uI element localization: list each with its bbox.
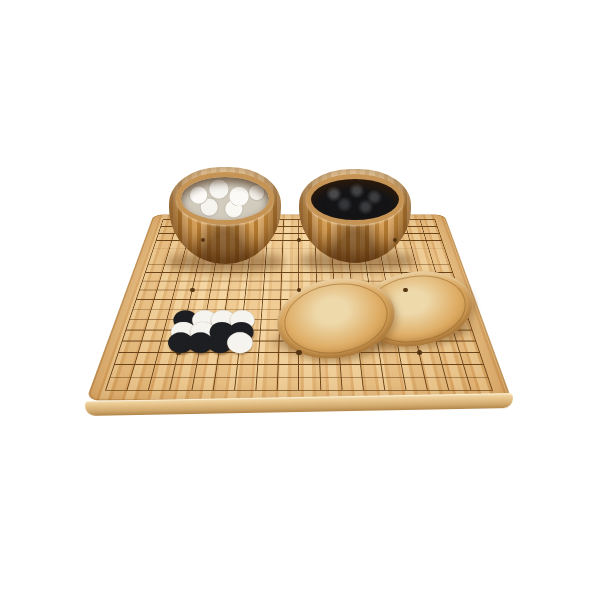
board-intersection xyxy=(250,355,270,367)
board-intersection xyxy=(169,294,188,303)
board-intersection xyxy=(164,313,184,323)
board-intersection xyxy=(429,246,447,253)
board-intersection xyxy=(175,343,196,354)
board-intersection xyxy=(161,323,182,333)
board-intersection xyxy=(196,333,216,344)
board-intersection xyxy=(160,269,179,277)
board-intersection xyxy=(458,343,480,354)
board-intersection xyxy=(200,313,220,323)
board-intersection xyxy=(237,303,255,312)
board-intersection xyxy=(276,239,291,246)
board-intersection xyxy=(412,239,429,246)
board-intersection xyxy=(191,277,209,285)
board-intersection xyxy=(202,303,221,312)
board-intersection xyxy=(231,355,252,367)
board-intersection xyxy=(215,333,235,344)
board-intersection xyxy=(349,378,371,391)
board-intersection xyxy=(256,294,274,303)
board-intersection xyxy=(221,294,239,303)
board-intersection xyxy=(256,286,273,295)
board-intersection xyxy=(149,366,172,378)
board-intersection xyxy=(462,355,485,367)
board-intersection xyxy=(449,378,473,391)
board-intersection xyxy=(469,378,493,391)
board-intersection xyxy=(426,366,449,378)
board-intersection xyxy=(157,277,176,285)
board-intersection xyxy=(409,378,432,391)
board-intersection xyxy=(329,378,350,391)
board-intersection xyxy=(274,277,291,285)
board-intersection xyxy=(433,261,451,269)
board-intersection xyxy=(125,323,146,333)
board-intersection xyxy=(155,286,174,295)
board-intersection xyxy=(389,378,411,391)
board-intersection xyxy=(248,378,269,391)
black-stones-pile xyxy=(306,174,405,225)
board-intersection xyxy=(146,378,169,391)
board-intersection xyxy=(232,343,252,354)
board-intersection xyxy=(277,226,292,233)
board-intersection xyxy=(241,277,258,285)
board-intersection xyxy=(291,246,307,253)
board-intersection xyxy=(167,246,184,253)
board-intersection xyxy=(240,286,258,295)
board-intersection xyxy=(154,239,171,246)
board-intersection xyxy=(235,323,254,333)
board-intersection xyxy=(251,343,271,354)
board-intersection xyxy=(309,366,329,378)
board-intersection xyxy=(252,333,271,344)
board-intersection xyxy=(140,277,159,285)
board-intersection xyxy=(146,261,164,269)
board-intersection xyxy=(128,313,149,323)
white-stones-pile xyxy=(176,172,275,225)
board-intersection xyxy=(182,313,202,323)
board-intersection xyxy=(369,378,391,391)
board-intersection xyxy=(204,294,223,303)
board-intersection xyxy=(255,303,273,312)
board-intersection xyxy=(149,254,167,262)
board-intersection xyxy=(307,269,324,277)
board-intersection xyxy=(387,366,409,378)
board-intersection xyxy=(273,286,290,295)
board-intersection xyxy=(207,378,229,391)
board-intersection xyxy=(151,246,169,253)
board-intersection xyxy=(129,366,152,378)
board-intersection xyxy=(136,343,158,354)
board-intersection xyxy=(268,378,289,391)
board-intersection xyxy=(398,246,415,253)
board-intersection xyxy=(348,366,369,378)
board-intersection xyxy=(222,286,240,295)
board-intersection xyxy=(270,355,290,367)
board-intersection xyxy=(177,333,198,344)
board-intersection xyxy=(385,355,406,367)
board-intersection xyxy=(291,269,307,277)
board-intersection xyxy=(174,277,193,285)
board-intersection xyxy=(408,226,425,233)
board-intersection xyxy=(189,366,211,378)
board-intersection xyxy=(274,269,291,277)
board-intersection xyxy=(421,343,443,354)
board-intersection xyxy=(158,333,179,344)
board-intersection xyxy=(404,355,426,367)
board-intersection xyxy=(423,355,445,367)
board-intersection xyxy=(309,378,330,391)
board-intersection xyxy=(134,294,154,303)
board-intersection xyxy=(443,355,466,367)
board-intersection xyxy=(125,378,149,391)
board-intersection xyxy=(423,226,440,233)
board-intersection xyxy=(418,261,436,269)
board-intersection xyxy=(224,277,242,285)
board-intersection xyxy=(218,313,237,323)
board-intersection xyxy=(152,355,174,367)
board-intersection xyxy=(421,219,437,225)
board-intersection xyxy=(198,323,218,333)
board-intersection xyxy=(186,294,205,303)
board-intersection xyxy=(291,277,308,285)
board-intersection xyxy=(366,355,387,367)
board-intersection xyxy=(121,333,143,344)
board-intersection xyxy=(184,303,203,312)
board-intersection xyxy=(440,343,462,354)
board-intersection xyxy=(187,378,209,391)
board-intersection xyxy=(414,246,431,253)
board-intersection xyxy=(207,277,225,285)
board-intersection xyxy=(167,303,187,312)
board-intersection xyxy=(143,323,164,333)
board-intersection xyxy=(233,333,253,344)
board-intersection xyxy=(138,286,158,295)
board-intersection xyxy=(465,366,489,378)
board-intersection xyxy=(117,343,139,354)
board-intersection xyxy=(109,366,133,378)
board-intersection xyxy=(133,355,156,367)
board-intersection xyxy=(140,333,162,344)
board-intersection xyxy=(213,343,234,354)
board-intersection xyxy=(425,232,442,239)
board-intersection xyxy=(446,366,469,378)
board-intersection xyxy=(253,323,272,333)
board-intersection xyxy=(149,303,169,312)
board-intersection xyxy=(289,366,309,378)
product-photo-scene: ●●●●●●●●●●●● xyxy=(0,0,600,600)
board-intersection xyxy=(276,232,291,239)
board-intersection xyxy=(189,286,208,295)
board-intersection xyxy=(172,355,194,367)
board-intersection xyxy=(180,323,200,333)
board-intersection xyxy=(367,366,388,378)
board-intersection xyxy=(431,254,449,262)
board-intersection xyxy=(269,366,289,378)
board-intersection xyxy=(257,277,274,285)
board-intersection xyxy=(276,246,292,253)
board-intersection xyxy=(169,366,191,378)
board-intersection xyxy=(146,313,167,323)
board-intersection xyxy=(347,355,368,367)
board-intersection xyxy=(220,303,239,312)
board-intersection xyxy=(429,378,452,391)
board-intersection xyxy=(427,239,444,246)
board-intersection xyxy=(172,286,191,295)
board-intersection xyxy=(249,366,270,378)
board-intersection xyxy=(416,254,434,262)
board-intersection xyxy=(143,269,162,277)
board-intersection xyxy=(228,378,250,391)
board-intersection xyxy=(105,378,129,391)
board-intersection xyxy=(289,355,309,367)
board-intersection xyxy=(216,323,236,333)
board-intersection xyxy=(152,294,172,303)
board-intersection xyxy=(328,366,349,378)
board-intersection xyxy=(209,366,230,378)
board-intersection xyxy=(211,355,232,367)
board-intersection xyxy=(410,232,427,239)
board-intersection xyxy=(291,239,306,246)
board-intersection xyxy=(229,366,250,378)
board-intersection xyxy=(236,313,255,323)
board-intersection xyxy=(155,343,177,354)
board-intersection xyxy=(166,378,189,391)
board-intersection xyxy=(406,366,428,378)
board-intersection xyxy=(113,355,136,367)
board-intersection xyxy=(131,303,151,312)
board-intersection xyxy=(156,232,173,239)
board-intersection xyxy=(194,343,215,354)
board-intersection xyxy=(238,294,256,303)
board-intersection xyxy=(206,286,224,295)
board-intersection xyxy=(192,355,213,367)
board-intersection xyxy=(254,313,273,323)
board-intersection xyxy=(289,378,309,391)
